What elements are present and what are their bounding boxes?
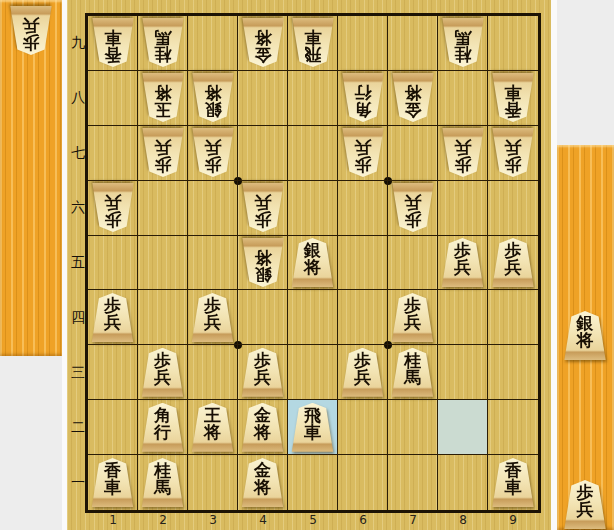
square-2九[interactable]: 桂馬 [138, 16, 188, 71]
koma-char: 玉 [154, 101, 171, 118]
square-1一[interactable]: 香車 [88, 455, 138, 510]
koma-char: 兵 [404, 314, 421, 331]
koma-body: 歩兵 [9, 6, 53, 55]
square-5六[interactable] [288, 181, 338, 236]
square-2一[interactable]: 桂馬 [138, 455, 188, 510]
koma-歩兵[interactable]: 歩兵 [191, 293, 235, 342]
koma-銀将[interactable]: 銀将 [191, 73, 235, 122]
shogi-app-window: 歩兵 香車桂馬金将飛車桂馬玉将銀将角行金将香車歩兵歩兵歩兵歩兵歩兵歩兵歩兵歩兵銀… [0, 0, 614, 530]
square-5五[interactable]: 銀将 [288, 236, 338, 291]
koma-歩兵[interactable]: 歩兵 [141, 128, 185, 177]
koma-char: 将 [254, 424, 271, 441]
rank-label-六: 六 [68, 199, 88, 217]
file-label-5: 5 [288, 513, 338, 527]
koma-char: 歩 [23, 34, 40, 51]
koma-char: 桂 [454, 46, 471, 63]
koma-歩兵[interactable]: 歩兵 [391, 183, 435, 232]
koma-body: 桂馬 [391, 348, 435, 397]
shogi-board-panel: 香車桂馬金将飛車桂馬玉将銀将角行金将香車歩兵歩兵歩兵歩兵歩兵歩兵歩兵歩兵銀将銀将… [67, 0, 551, 530]
koma-玉将[interactable]: 玉将 [141, 73, 185, 122]
koma-char: 兵 [505, 139, 522, 156]
koma-char: 将 [204, 424, 221, 441]
square-9八[interactable]: 香車 [488, 71, 538, 126]
koma-body: 歩兵 [191, 128, 235, 177]
koma-char: 車 [104, 29, 121, 46]
koma-王将[interactable]: 王将 [191, 403, 235, 452]
koma-char: 角 [354, 101, 371, 118]
koma-char: 香 [505, 101, 522, 118]
square-7七[interactable] [388, 126, 438, 181]
koma-香車[interactable]: 香車 [91, 458, 135, 507]
square-6一[interactable] [338, 455, 388, 510]
koma-char: 兵 [154, 139, 171, 156]
square-8七[interactable]: 歩兵 [438, 126, 488, 181]
square-6七[interactable]: 歩兵 [338, 126, 388, 181]
komadai-gote: 銀将歩兵 [557, 145, 614, 530]
koma-body: 歩兵 [141, 128, 185, 177]
square-3五[interactable] [188, 236, 238, 291]
koma-char: 将 [254, 248, 271, 265]
koma-body: 銀将 [191, 73, 235, 122]
koma-body: 香車 [491, 73, 535, 122]
square-7八[interactable]: 金将 [388, 71, 438, 126]
square-7一[interactable] [388, 455, 438, 510]
koma-飛車[interactable]: 飛車 [291, 403, 335, 452]
koma-char: 銀 [254, 266, 271, 283]
koma-char: 馬 [154, 29, 171, 46]
square-9三[interactable] [488, 345, 538, 400]
square-8五[interactable]: 歩兵 [438, 236, 488, 291]
square-2三[interactable]: 歩兵 [138, 345, 188, 400]
koma-char: 飛 [304, 46, 321, 63]
square-1二[interactable] [88, 400, 138, 455]
koma-char: 兵 [404, 193, 421, 210]
rank-label-八: 八 [68, 89, 88, 107]
square-8九[interactable]: 桂馬 [438, 16, 488, 71]
rank-label-七: 七 [68, 144, 88, 162]
koma-銀将[interactable]: 銀将 [563, 311, 607, 360]
koma-char: 車 [304, 424, 321, 441]
koma-char: 歩 [254, 211, 271, 228]
koma-char: 馬 [154, 479, 171, 496]
koma-香車[interactable]: 香車 [491, 458, 535, 507]
square-1八[interactable] [88, 71, 138, 126]
koma-char: 将 [577, 332, 594, 349]
koma-body: 歩兵 [391, 293, 435, 342]
koma-char: 兵 [104, 314, 121, 331]
koma-char: 兵 [204, 139, 221, 156]
square-2四[interactable] [138, 290, 188, 345]
square-5八[interactable] [288, 71, 338, 126]
square-6五[interactable] [338, 236, 388, 291]
koma-金将[interactable]: 金将 [391, 73, 435, 122]
koma-body: 王将 [191, 403, 235, 452]
koma-char: 将 [154, 84, 171, 101]
rank-label-三: 三 [68, 364, 88, 382]
koma-body: 歩兵 [491, 238, 535, 287]
square-1五[interactable] [88, 236, 138, 291]
square-5四[interactable] [288, 290, 338, 345]
koma-body: 桂馬 [141, 458, 185, 507]
square-3三[interactable] [188, 345, 238, 400]
koma-銀将[interactable]: 銀将 [291, 238, 335, 287]
square-7二[interactable] [388, 400, 438, 455]
file-label-1: 1 [88, 513, 138, 527]
square-9六[interactable] [488, 181, 538, 236]
square-4四[interactable] [238, 290, 288, 345]
koma-char: 兵 [454, 139, 471, 156]
koma-char: 兵 [154, 369, 171, 386]
koma-char: 金 [404, 101, 421, 118]
koma-char: 将 [204, 84, 221, 101]
koma-body: 香車 [491, 458, 535, 507]
koma-body: 香車 [91, 18, 135, 67]
koma-char: 兵 [577, 501, 594, 518]
square-8二[interactable] [438, 400, 488, 455]
square-3四[interactable]: 歩兵 [188, 290, 238, 345]
square-4七[interactable] [238, 126, 288, 181]
square-2七[interactable]: 歩兵 [138, 126, 188, 181]
square-4五[interactable]: 銀将 [238, 236, 288, 291]
koma-body: 金将 [241, 403, 285, 452]
koma-歩兵[interactable]: 歩兵 [491, 128, 535, 177]
square-9一[interactable]: 香車 [488, 455, 538, 510]
square-7三[interactable]: 桂馬 [388, 345, 438, 400]
square-8六[interactable] [438, 181, 488, 236]
square-9九[interactable] [488, 16, 538, 71]
square-9四[interactable] [488, 290, 538, 345]
square-1三[interactable] [88, 345, 138, 400]
file-label-7: 7 [388, 513, 438, 527]
rank-label-五: 五 [68, 254, 88, 272]
koma-char: 歩 [454, 156, 471, 173]
square-4八[interactable] [238, 71, 288, 126]
koma-char: 馬 [404, 369, 421, 386]
square-5三[interactable] [288, 345, 338, 400]
komadai-sente: 歩兵 [0, 0, 62, 356]
koma-char: 車 [505, 84, 522, 101]
square-1六[interactable]: 歩兵 [88, 181, 138, 236]
square-1四[interactable]: 歩兵 [88, 290, 138, 345]
file-label-6: 6 [338, 513, 388, 527]
koma-char: 歩 [104, 211, 121, 228]
square-9五[interactable]: 歩兵 [488, 236, 538, 291]
koma-歩兵[interactable]: 歩兵 [191, 128, 235, 177]
koma-body: 角行 [141, 403, 185, 452]
square-6八[interactable]: 角行 [338, 71, 388, 126]
koma-char: 車 [505, 479, 522, 496]
koma-角行[interactable]: 角行 [341, 73, 385, 122]
koma-body: 歩兵 [241, 183, 285, 232]
koma-body: 金将 [391, 73, 435, 122]
square-4六[interactable]: 歩兵 [238, 181, 288, 236]
koma-char: 将 [404, 84, 421, 101]
koma-char: 金 [254, 46, 271, 63]
file-label-8: 8 [438, 513, 488, 527]
square-3七[interactable]: 歩兵 [188, 126, 238, 181]
koma-body: 歩兵 [441, 238, 485, 287]
square-2二[interactable]: 角行 [138, 400, 188, 455]
koma-char: 将 [254, 29, 271, 46]
file-label-9: 9 [488, 513, 538, 527]
koma-body: 桂馬 [441, 18, 485, 67]
square-6四[interactable] [338, 290, 388, 345]
koma-桂馬[interactable]: 桂馬 [391, 348, 435, 397]
koma-body: 桂馬 [141, 18, 185, 67]
koma-歩兵[interactable]: 歩兵 [241, 183, 285, 232]
koma-char: 兵 [254, 369, 271, 386]
koma-body: 歩兵 [391, 183, 435, 232]
rank-label-二: 二 [68, 419, 88, 437]
koma-歩兵[interactable]: 歩兵 [241, 348, 285, 397]
square-1七[interactable] [88, 126, 138, 181]
koma-金将[interactable]: 金将 [241, 18, 285, 67]
koma-body: 歩兵 [563, 480, 607, 529]
koma-角行[interactable]: 角行 [141, 403, 185, 452]
koma-char: 兵 [505, 259, 522, 276]
koma-body: 玉将 [141, 73, 185, 122]
koma-歩兵[interactable]: 歩兵 [441, 238, 485, 287]
square-8一[interactable] [438, 455, 488, 510]
koma-char: 兵 [254, 193, 271, 210]
koma-歩兵[interactable]: 歩兵 [341, 348, 385, 397]
koma-char: 香 [104, 46, 121, 63]
koma-歩兵[interactable]: 歩兵 [9, 6, 53, 55]
square-2五[interactable] [138, 236, 188, 291]
square-8八[interactable] [438, 71, 488, 126]
koma-char: 行 [354, 84, 371, 101]
koma-char: 兵 [454, 259, 471, 276]
koma-body: 香車 [91, 458, 135, 507]
koma-歩兵[interactable]: 歩兵 [341, 128, 385, 177]
koma-char: 兵 [104, 193, 121, 210]
square-4三[interactable]: 歩兵 [238, 345, 288, 400]
koma-char: 将 [304, 259, 321, 276]
square-2六[interactable] [138, 181, 188, 236]
rank-label-一: 一 [68, 474, 88, 492]
file-label-2: 2 [138, 513, 188, 527]
square-4二[interactable]: 金将 [238, 400, 288, 455]
koma-char: 兵 [354, 139, 371, 156]
square-3九[interactable] [188, 16, 238, 71]
koma-char: 馬 [454, 29, 471, 46]
koma-body: 飛車 [291, 18, 335, 67]
square-4一[interactable]: 金将 [238, 455, 288, 510]
koma-body: 歩兵 [91, 183, 135, 232]
koma-body: 金将 [241, 18, 285, 67]
koma-char: 銀 [204, 101, 221, 118]
koma-歩兵[interactable]: 歩兵 [491, 238, 535, 287]
koma-銀将[interactable]: 銀将 [241, 238, 285, 287]
square-7五[interactable] [388, 236, 438, 291]
koma-body: 角行 [341, 73, 385, 122]
koma-歩兵[interactable]: 歩兵 [391, 293, 435, 342]
koma-body: 銀将 [563, 311, 607, 360]
koma-飛車[interactable]: 飛車 [291, 18, 335, 67]
square-3二[interactable]: 王将 [188, 400, 238, 455]
koma-body: 銀将 [241, 238, 285, 287]
koma-香車[interactable]: 香車 [91, 18, 135, 67]
square-7九[interactable] [388, 16, 438, 71]
square-7四[interactable]: 歩兵 [388, 290, 438, 345]
koma-char: 歩 [354, 156, 371, 173]
square-5九[interactable]: 飛車 [288, 16, 338, 71]
square-6六[interactable] [338, 181, 388, 236]
koma-char: 将 [254, 479, 271, 496]
koma-body: 銀将 [291, 238, 335, 287]
koma-香車[interactable]: 香車 [491, 73, 535, 122]
koma-桂馬[interactable]: 桂馬 [441, 18, 485, 67]
file-label-4: 4 [238, 513, 288, 527]
koma-char: 行 [154, 424, 171, 441]
square-1九[interactable]: 香車 [88, 16, 138, 71]
koma-金将[interactable]: 金将 [241, 458, 285, 507]
koma-歩兵[interactable]: 歩兵 [563, 480, 607, 529]
koma-body: 歩兵 [241, 348, 285, 397]
rank-label-四: 四 [68, 309, 88, 327]
koma-body: 歩兵 [491, 128, 535, 177]
square-6九[interactable] [338, 16, 388, 71]
koma-歩兵[interactable]: 歩兵 [441, 128, 485, 177]
square-3八[interactable]: 銀将 [188, 71, 238, 126]
square-3六[interactable] [188, 181, 238, 236]
square-3一[interactable] [188, 455, 238, 510]
square-5七[interactable] [288, 126, 338, 181]
koma-歩兵[interactable]: 歩兵 [141, 348, 185, 397]
koma-char: 歩 [404, 211, 421, 228]
square-5一[interactable] [288, 455, 338, 510]
square-9七[interactable]: 歩兵 [488, 126, 538, 181]
square-2八[interactable]: 玉将 [138, 71, 188, 126]
koma-body: 歩兵 [341, 348, 385, 397]
square-8四[interactable] [438, 290, 488, 345]
koma-body: 歩兵 [141, 348, 185, 397]
square-6三[interactable]: 歩兵 [338, 345, 388, 400]
square-7六[interactable]: 歩兵 [388, 181, 438, 236]
square-9二[interactable] [488, 400, 538, 455]
koma-char: 兵 [204, 314, 221, 331]
koma-歩兵[interactable]: 歩兵 [91, 183, 135, 232]
koma-char: 兵 [23, 16, 40, 33]
square-6二[interactable] [338, 400, 388, 455]
koma-char: 桂 [154, 46, 171, 63]
koma-char: 歩 [204, 156, 221, 173]
koma-char: 車 [104, 479, 121, 496]
koma-body: 歩兵 [191, 293, 235, 342]
koma-body: 歩兵 [441, 128, 485, 177]
koma-char: 歩 [154, 156, 171, 173]
square-5二[interactable]: 飛車 [288, 400, 338, 455]
koma-body: 飛車 [291, 403, 335, 452]
koma-char: 歩 [505, 156, 522, 173]
koma-body: 歩兵 [91, 293, 135, 342]
rank-label-九: 九 [68, 34, 88, 52]
koma-body: 歩兵 [341, 128, 385, 177]
koma-body: 金将 [241, 458, 285, 507]
koma-桂馬[interactable]: 桂馬 [141, 458, 185, 507]
koma-char: 兵 [354, 369, 371, 386]
file-label-3: 3 [188, 513, 238, 527]
koma-char: 車 [304, 29, 321, 46]
koma-桂馬[interactable]: 桂馬 [141, 18, 185, 67]
koma-金将[interactable]: 金将 [241, 403, 285, 452]
square-4九[interactable]: 金将 [238, 16, 288, 71]
koma-歩兵[interactable]: 歩兵 [91, 293, 135, 342]
square-8三[interactable] [438, 345, 488, 400]
shogi-board-grid: 香車桂馬金将飛車桂馬玉将銀将角行金将香車歩兵歩兵歩兵歩兵歩兵歩兵歩兵歩兵銀将銀将… [85, 13, 541, 513]
